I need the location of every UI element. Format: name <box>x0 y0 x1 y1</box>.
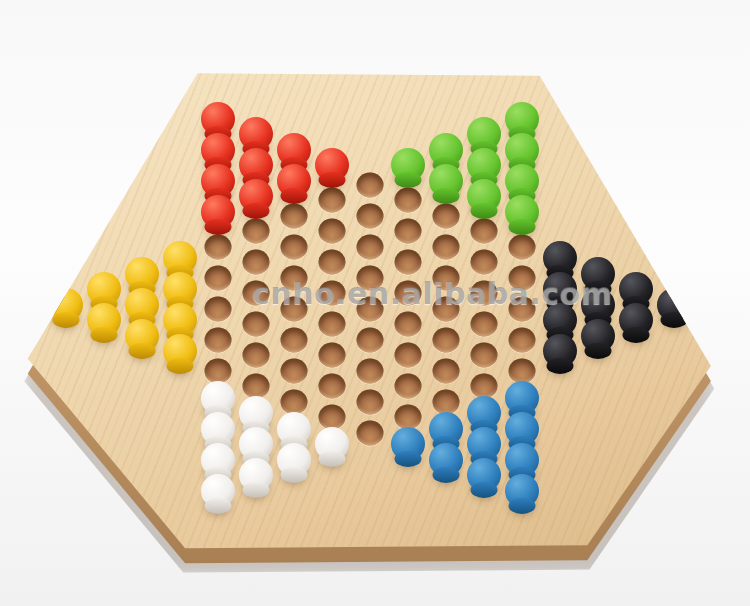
peg-black[interactable] <box>543 334 577 368</box>
board-hole[interactable] <box>395 374 422 399</box>
peg-red[interactable] <box>277 132 311 166</box>
peg-blue[interactable] <box>429 442 463 476</box>
peg-green[interactable] <box>429 163 463 197</box>
peg-yellow[interactable] <box>163 334 197 368</box>
peg-blue[interactable] <box>505 442 539 476</box>
peg-white[interactable] <box>201 473 235 507</box>
board-hole[interactable] <box>357 358 384 383</box>
board-hole[interactable] <box>509 234 536 259</box>
peg-black[interactable] <box>619 272 653 306</box>
board-hole[interactable] <box>205 265 232 290</box>
board-hole[interactable] <box>395 312 422 337</box>
board-hole[interactable] <box>243 312 270 337</box>
peg-red[interactable] <box>201 132 235 166</box>
product-photo-scene: cnho.en.alibaba.com <box>0 0 750 606</box>
peg-red[interactable] <box>315 148 349 182</box>
peg-blue[interactable] <box>505 411 539 445</box>
board-hole[interactable] <box>319 219 346 244</box>
peg-white[interactable] <box>201 411 235 445</box>
peg-yellow[interactable] <box>163 272 197 306</box>
peg-red[interactable] <box>239 179 273 213</box>
peg-yellow[interactable] <box>163 303 197 337</box>
board-hole[interactable] <box>357 327 384 352</box>
board-hole[interactable] <box>433 203 460 228</box>
peg-blue[interactable] <box>505 380 539 414</box>
board-hole[interactable] <box>319 405 346 430</box>
peg-red[interactable] <box>201 194 235 228</box>
peg-yellow[interactable] <box>125 256 159 290</box>
peg-blue[interactable] <box>391 427 425 461</box>
board-hole[interactable] <box>319 374 346 399</box>
peg-yellow[interactable] <box>163 241 197 275</box>
peg-blue[interactable] <box>467 396 501 430</box>
peg-blue[interactable] <box>467 427 501 461</box>
board-hole[interactable] <box>471 250 498 275</box>
board-hole[interactable] <box>319 250 346 275</box>
peg-yellow[interactable] <box>49 287 83 321</box>
board-hole[interactable] <box>243 343 270 368</box>
board-hole[interactable] <box>281 203 308 228</box>
peg-white[interactable] <box>201 380 235 414</box>
peg-black[interactable] <box>543 241 577 275</box>
peg-white[interactable] <box>277 442 311 476</box>
peg-green[interactable] <box>505 163 539 197</box>
board-hole[interactable] <box>205 296 232 321</box>
peg-green[interactable] <box>467 179 501 213</box>
peg-white[interactable] <box>277 411 311 445</box>
board-hole[interactable] <box>319 312 346 337</box>
board-hole[interactable] <box>509 358 536 383</box>
peg-green[interactable] <box>505 132 539 166</box>
peg-green[interactable] <box>391 148 425 182</box>
peg-red[interactable] <box>277 163 311 197</box>
board-hole[interactable] <box>433 327 460 352</box>
board-hole[interactable] <box>357 234 384 259</box>
peg-black[interactable] <box>581 318 615 352</box>
peg-white[interactable] <box>239 396 273 430</box>
peg-white[interactable] <box>239 427 273 461</box>
board-hole[interactable] <box>281 389 308 414</box>
board-hole[interactable] <box>509 327 536 352</box>
board-hole[interactable] <box>281 327 308 352</box>
board-hole[interactable] <box>471 374 498 399</box>
board-hole[interactable] <box>243 219 270 244</box>
peg-black[interactable] <box>619 303 653 337</box>
peg-green[interactable] <box>505 101 539 135</box>
board-hole[interactable] <box>319 343 346 368</box>
board-hole[interactable] <box>395 343 422 368</box>
board-hole[interactable] <box>395 219 422 244</box>
board-hole[interactable] <box>395 250 422 275</box>
peg-yellow[interactable] <box>125 287 159 321</box>
peg-red[interactable] <box>201 163 235 197</box>
peg-blue[interactable] <box>429 411 463 445</box>
board-hole[interactable] <box>357 203 384 228</box>
peg-blue[interactable] <box>505 473 539 507</box>
peg-green[interactable] <box>467 117 501 151</box>
peg-yellow[interactable] <box>125 318 159 352</box>
peg-yellow[interactable] <box>87 303 121 337</box>
peg-red[interactable] <box>201 101 235 135</box>
peg-red[interactable] <box>239 117 273 151</box>
board-hole[interactable] <box>205 358 232 383</box>
board-hole[interactable] <box>471 343 498 368</box>
board-hole[interactable] <box>395 188 422 213</box>
board-hole[interactable] <box>205 327 232 352</box>
board-hole[interactable] <box>243 250 270 275</box>
board-hole[interactable] <box>357 420 384 445</box>
peg-white[interactable] <box>201 442 235 476</box>
board-hole[interactable] <box>281 358 308 383</box>
board-hole[interactable] <box>243 374 270 399</box>
board-hole[interactable] <box>471 312 498 337</box>
peg-green[interactable] <box>429 132 463 166</box>
board-hole[interactable] <box>433 234 460 259</box>
board-hole[interactable] <box>205 234 232 259</box>
board-hole[interactable] <box>357 172 384 197</box>
board-hole[interactable] <box>357 389 384 414</box>
peg-black[interactable] <box>657 287 691 321</box>
peg-white[interactable] <box>239 458 273 492</box>
peg-green[interactable] <box>505 194 539 228</box>
peg-yellow[interactable] <box>87 272 121 306</box>
board-hole[interactable] <box>433 358 460 383</box>
peg-green[interactable] <box>467 148 501 182</box>
peg-blue[interactable] <box>467 458 501 492</box>
board-hole[interactable] <box>319 188 346 213</box>
peg-red[interactable] <box>239 148 273 182</box>
board-hole[interactable] <box>395 405 422 430</box>
board-hole[interactable] <box>471 219 498 244</box>
board-hole[interactable] <box>433 389 460 414</box>
watermark-text: cnho.en.alibaba.com <box>252 276 612 311</box>
peg-white[interactable] <box>315 427 349 461</box>
board-hole[interactable] <box>281 234 308 259</box>
